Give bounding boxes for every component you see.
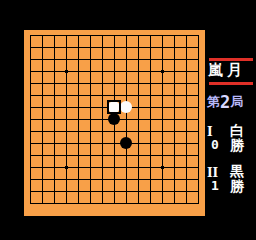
game-number: 第2局	[207, 92, 255, 110]
side-panel: 嵐月 第2局 I 0 白 勝 II 1 黒 勝	[206, 50, 256, 210]
star-point	[161, 70, 164, 73]
opponent-name: 嵐月	[208, 62, 256, 78]
game-number-prefix: 第	[207, 94, 220, 109]
white-stone	[120, 101, 132, 113]
star-point	[65, 166, 68, 169]
score-row-white: I 0 白 勝	[206, 124, 256, 160]
star-point	[161, 166, 164, 169]
star-point	[65, 70, 68, 73]
score-count-1: 0	[211, 137, 219, 152]
game-screen: 嵐月 第2局 I 0 白 勝 II 1 黒 勝	[0, 0, 256, 240]
go-board[interactable]	[24, 30, 205, 216]
black-stone	[120, 137, 132, 149]
score-word-2: 勝	[230, 178, 244, 196]
score-row-black: II 1 黒 勝	[206, 165, 256, 201]
game-number-suffix: 局	[230, 94, 243, 109]
game-number-value: 2	[220, 92, 230, 112]
score-count-2: 1	[211, 178, 219, 193]
last-move-marker	[107, 100, 121, 114]
score-word-1: 勝	[230, 137, 244, 155]
black-stone	[108, 113, 120, 125]
name-box-bottom-bar	[209, 82, 253, 85]
